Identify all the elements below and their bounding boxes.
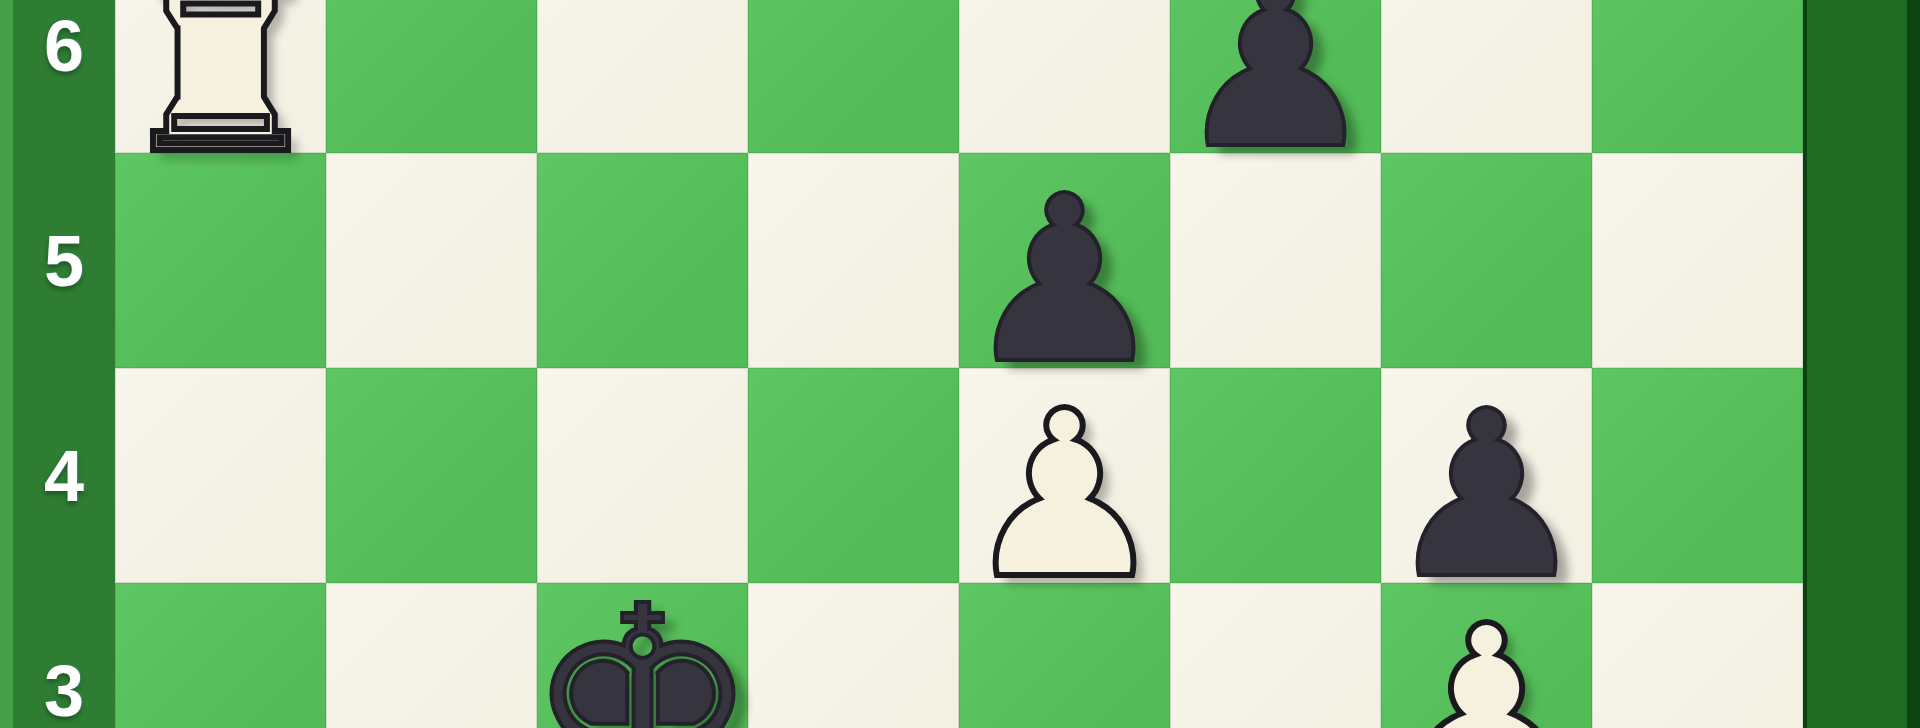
rank-label-5: 5 — [44, 225, 84, 297]
square-d3[interactable] — [748, 583, 959, 728]
square-g5[interactable] — [1381, 153, 1592, 368]
rank-label-3: 3 — [44, 655, 84, 727]
white-pawn-e4[interactable]: ♟ — [961, 381, 1167, 611]
board-left-border: 6543 — [13, 0, 115, 728]
square-a4[interactable] — [115, 368, 326, 583]
square-c3[interactable]: ♚ — [537, 583, 748, 728]
square-d5[interactable] — [748, 153, 959, 368]
rank-row-4: 4 — [13, 368, 115, 583]
black-pawn-f6[interactable]: ♟ — [1172, 0, 1378, 181]
left-edge-strip — [0, 0, 13, 728]
chess-board: ♜♟♟♟♟♚♟ — [115, 0, 1803, 728]
square-e4[interactable]: ♟ — [959, 368, 1170, 583]
square-d4[interactable] — [748, 368, 959, 583]
square-b6[interactable] — [326, 0, 537, 153]
square-g3[interactable]: ♟ — [1381, 583, 1592, 728]
black-king-c3[interactable]: ♚ — [526, 572, 759, 728]
square-b4[interactable] — [326, 368, 537, 583]
square-h4[interactable] — [1592, 368, 1803, 583]
square-a3[interactable] — [115, 583, 326, 728]
square-d6[interactable] — [748, 0, 959, 153]
square-e5[interactable]: ♟ — [959, 153, 1170, 368]
square-f3[interactable] — [1170, 583, 1381, 728]
square-g6[interactable] — [1381, 0, 1592, 153]
board-right-border — [1803, 0, 1907, 728]
white-pawn-g3[interactable]: ♟ — [1383, 596, 1589, 728]
square-b3[interactable] — [326, 583, 537, 728]
right-edge-strip — [1907, 0, 1920, 728]
white-rook-a6[interactable]: ♜ — [113, 0, 328, 187]
rank-row-3: 3 — [13, 583, 115, 728]
square-c5[interactable] — [537, 153, 748, 368]
square-h5[interactable] — [1592, 153, 1803, 368]
square-c6[interactable] — [537, 0, 748, 153]
rank-label-4: 4 — [44, 440, 84, 512]
chessboard-viewport: 6543 ♜♟♟♟♟♚♟ — [0, 0, 1920, 728]
rank-label-6: 6 — [44, 10, 84, 82]
rank-row-6: 6 — [13, 0, 115, 153]
square-b5[interactable] — [326, 153, 537, 368]
rank-row-5: 5 — [13, 153, 115, 368]
square-f4[interactable] — [1170, 368, 1381, 583]
square-f6[interactable]: ♟ — [1170, 0, 1381, 153]
square-e6[interactable] — [959, 0, 1170, 153]
square-h3[interactable] — [1592, 583, 1803, 728]
square-h6[interactable] — [1592, 0, 1803, 153]
square-a6[interactable]: ♜ — [115, 0, 326, 153]
square-g4[interactable]: ♟ — [1381, 368, 1592, 583]
